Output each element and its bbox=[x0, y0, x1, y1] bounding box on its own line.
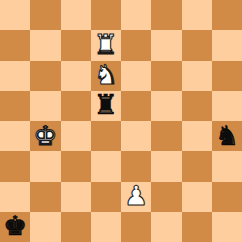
square-g6[interactable] bbox=[182, 61, 212, 91]
square-d2[interactable] bbox=[91, 182, 121, 212]
piece-black-knight[interactable]: ♞ bbox=[215, 122, 239, 149]
square-f1[interactable] bbox=[151, 212, 181, 242]
square-g1[interactable] bbox=[182, 212, 212, 242]
square-h3[interactable] bbox=[212, 151, 242, 181]
square-e7[interactable] bbox=[121, 30, 151, 60]
square-c8[interactable] bbox=[61, 0, 91, 30]
square-a8[interactable] bbox=[0, 0, 30, 30]
piece-white-king[interactable]: ♚ bbox=[33, 122, 57, 149]
piece-black-king[interactable]: ♚ bbox=[3, 212, 27, 239]
piece-black-rook[interactable]: ♜ bbox=[94, 91, 118, 118]
square-f2[interactable] bbox=[151, 182, 181, 212]
square-b8[interactable] bbox=[30, 0, 60, 30]
square-h2[interactable] bbox=[212, 182, 242, 212]
square-h6[interactable] bbox=[212, 61, 242, 91]
square-e2[interactable]: ♟ bbox=[121, 182, 151, 212]
square-c4[interactable] bbox=[61, 121, 91, 151]
piece-white-knight[interactable]: ♞ bbox=[94, 61, 118, 88]
square-f3[interactable] bbox=[151, 151, 181, 181]
square-e5[interactable] bbox=[121, 91, 151, 121]
chess-board: ♜♞♜♚♞♟♚ bbox=[0, 0, 242, 242]
square-e4[interactable] bbox=[121, 121, 151, 151]
square-a1[interactable]: ♚ bbox=[0, 212, 30, 242]
square-f6[interactable] bbox=[151, 61, 181, 91]
square-b2[interactable] bbox=[30, 182, 60, 212]
square-e8[interactable] bbox=[121, 0, 151, 30]
square-f7[interactable] bbox=[151, 30, 181, 60]
square-e3[interactable] bbox=[121, 151, 151, 181]
square-a4[interactable] bbox=[0, 121, 30, 151]
square-b4[interactable]: ♚ bbox=[30, 121, 60, 151]
square-d3[interactable] bbox=[91, 151, 121, 181]
piece-white-pawn[interactable]: ♟ bbox=[124, 182, 148, 209]
square-d7[interactable]: ♜ bbox=[91, 30, 121, 60]
square-h4[interactable]: ♞ bbox=[212, 121, 242, 151]
square-h5[interactable] bbox=[212, 91, 242, 121]
square-a7[interactable] bbox=[0, 30, 30, 60]
square-b5[interactable] bbox=[30, 91, 60, 121]
square-a6[interactable] bbox=[0, 61, 30, 91]
square-d5[interactable]: ♜ bbox=[91, 91, 121, 121]
square-a3[interactable] bbox=[0, 151, 30, 181]
square-b6[interactable] bbox=[30, 61, 60, 91]
square-c3[interactable] bbox=[61, 151, 91, 181]
square-g8[interactable] bbox=[182, 0, 212, 30]
square-f4[interactable] bbox=[151, 121, 181, 151]
square-g4[interactable] bbox=[182, 121, 212, 151]
square-b7[interactable] bbox=[30, 30, 60, 60]
square-a5[interactable] bbox=[0, 91, 30, 121]
square-f8[interactable] bbox=[151, 0, 181, 30]
square-d4[interactable] bbox=[91, 121, 121, 151]
square-g7[interactable] bbox=[182, 30, 212, 60]
square-f5[interactable] bbox=[151, 91, 181, 121]
square-a2[interactable] bbox=[0, 182, 30, 212]
square-h8[interactable] bbox=[212, 0, 242, 30]
square-c5[interactable] bbox=[61, 91, 91, 121]
square-b3[interactable] bbox=[30, 151, 60, 181]
square-h1[interactable] bbox=[212, 212, 242, 242]
square-c1[interactable] bbox=[61, 212, 91, 242]
square-c2[interactable] bbox=[61, 182, 91, 212]
square-c7[interactable] bbox=[61, 30, 91, 60]
square-d8[interactable] bbox=[91, 0, 121, 30]
square-c6[interactable] bbox=[61, 61, 91, 91]
square-g3[interactable] bbox=[182, 151, 212, 181]
square-h7[interactable] bbox=[212, 30, 242, 60]
square-d1[interactable] bbox=[91, 212, 121, 242]
square-g5[interactable] bbox=[182, 91, 212, 121]
piece-white-rook[interactable]: ♜ bbox=[94, 31, 118, 58]
square-b1[interactable] bbox=[30, 212, 60, 242]
square-g2[interactable] bbox=[182, 182, 212, 212]
square-e6[interactable] bbox=[121, 61, 151, 91]
square-e1[interactable] bbox=[121, 212, 151, 242]
square-d6[interactable]: ♞ bbox=[91, 61, 121, 91]
